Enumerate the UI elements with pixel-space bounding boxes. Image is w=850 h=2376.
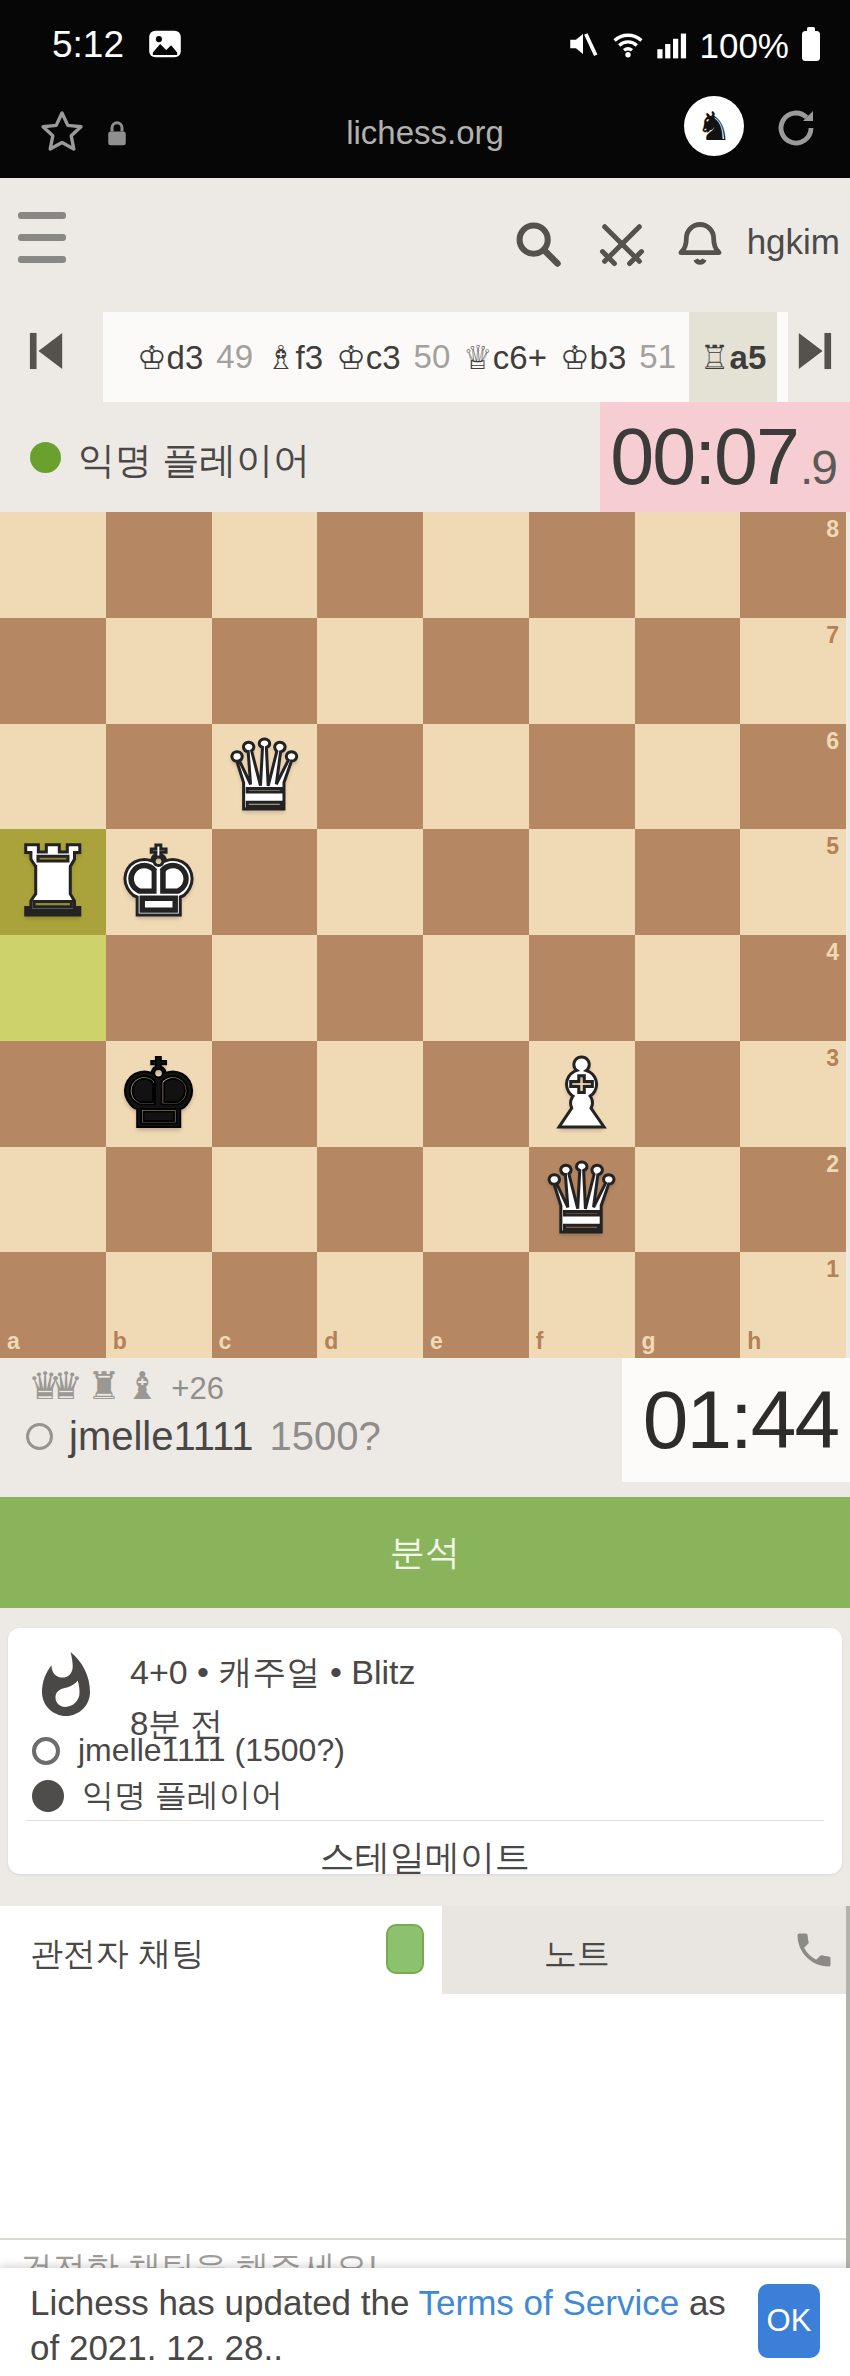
square-h8[interactable]: 8 — [740, 512, 846, 618]
chess-board: 87♛6♜♚54♚♝3♛2abcdefg1h — [0, 512, 846, 1358]
white-side-icon — [32, 1737, 60, 1765]
rank-label-3: 3 — [826, 1045, 839, 1072]
square-a2[interactable] — [0, 1147, 106, 1253]
phone-icon[interactable] — [792, 1928, 836, 1976]
rank-label-7: 7 — [826, 622, 839, 649]
captured-pieces: ♛♛♜♝+26 — [28, 1364, 224, 1408]
captured-piece-icon: ♝ — [125, 1364, 159, 1408]
square-g2[interactable] — [635, 1147, 741, 1253]
square-a3[interactable] — [0, 1041, 106, 1147]
white-player-label[interactable]: jmelle1111 (1500?) — [78, 1732, 345, 1769]
online-indicator-dot — [30, 442, 61, 473]
square-a6[interactable] — [0, 724, 106, 830]
square-c2[interactable] — [212, 1147, 318, 1253]
screenshot-icon — [148, 28, 182, 64]
file-label-h: h — [747, 1328, 761, 1355]
square-h3[interactable]: 3 — [740, 1041, 846, 1147]
square-h6[interactable]: 6 — [740, 724, 846, 830]
square-a7[interactable] — [0, 618, 106, 724]
tab-notes-label[interactable]: 노트 — [544, 1932, 610, 1977]
square-d4[interactable] — [317, 935, 423, 1041]
crossed-swords-tv-icon[interactable] — [596, 218, 648, 274]
square-e7[interactable] — [423, 618, 529, 724]
square-f4[interactable] — [529, 935, 635, 1041]
square-b2[interactable] — [106, 1147, 212, 1253]
square-f7[interactable] — [529, 618, 635, 724]
square-f2[interactable]: ♛ — [529, 1147, 635, 1253]
terms-of-service-link[interactable]: Terms of Service — [419, 2283, 680, 2322]
square-e8[interactable] — [423, 512, 529, 618]
analysis-button[interactable]: 분석 — [0, 1497, 850, 1608]
square-b3[interactable]: ♚ — [106, 1041, 212, 1147]
file-label-d: d — [324, 1328, 338, 1355]
blitz-flame-icon — [30, 1640, 102, 1736]
file-label-e: e — [430, 1328, 443, 1355]
square-b8[interactable] — [106, 512, 212, 618]
clock-minutes-seconds: 00:07 — [610, 402, 798, 512]
square-h5[interactable]: 5 — [740, 829, 846, 935]
square-d1[interactable]: d — [317, 1252, 423, 1358]
black-side-icon — [32, 1780, 64, 1812]
move-list: ♔d349♗f3♔c350♕c6+♔b351♖a5½-½ — [103, 312, 788, 402]
square-e3[interactable] — [423, 1041, 529, 1147]
piece-white-queen-c6[interactable]: ♛ — [212, 724, 318, 830]
bottom-player-clock: 01:44 — [622, 1358, 850, 1482]
file-label-c: c — [219, 1328, 232, 1355]
chat-sound-toggle[interactable] — [386, 1924, 424, 1974]
square-a8[interactable] — [0, 512, 106, 618]
lichess-game-screen: 5:12 100% lichess.org ♞ — [0, 0, 850, 2376]
rank-label-5: 5 — [826, 833, 839, 860]
square-c5[interactable] — [212, 829, 318, 935]
square-g7[interactable] — [635, 618, 741, 724]
square-d8[interactable] — [317, 512, 423, 618]
square-e1[interactable]: e — [423, 1252, 529, 1358]
move-number: 49 — [216, 338, 253, 376]
square-c7[interactable] — [212, 618, 318, 724]
square-c4[interactable] — [212, 935, 318, 1041]
square-d5[interactable] — [317, 829, 423, 935]
tos-banner: Lichess has updated the Terms of Service… — [0, 2268, 850, 2376]
square-e2[interactable] — [423, 1147, 529, 1253]
chat-input-divider — [0, 2238, 850, 2240]
square-b5[interactable]: ♚ — [106, 829, 212, 935]
lichess-knight-logo-icon[interactable]: ♞ — [684, 96, 744, 156]
tab-notes[interactable] — [442, 1906, 850, 1994]
square-h4[interactable]: 4 — [740, 935, 846, 1041]
signal-icon — [656, 27, 690, 65]
top-player-bar: 익명 플레이어 00:07 .9 — [0, 402, 850, 512]
game-setup-info: 4+0 • 캐주얼 • Blitz — [130, 1650, 416, 1696]
file-label-f: f — [536, 1328, 544, 1355]
move-token[interactable]: ♔b3 — [560, 338, 626, 377]
square-d3[interactable] — [317, 1041, 423, 1147]
tab-spectator-chat[interactable]: 관전자 채팅 — [30, 1932, 204, 1977]
muted-icon — [566, 27, 600, 65]
square-d6[interactable] — [317, 724, 423, 830]
chat-panel: 관전자 채팅 노트 건전한 채팅을 해주세요! — [0, 1906, 850, 2268]
square-g3[interactable] — [635, 1041, 741, 1147]
ok-button[interactable]: OK — [758, 2284, 820, 2358]
file-label-a: a — [7, 1328, 20, 1355]
square-h1[interactable]: 1h — [740, 1252, 846, 1358]
top-player-name[interactable]: 익명 플레이어 — [78, 436, 310, 486]
captured-piece-icon: ♜ — [87, 1364, 121, 1408]
move-number: 51 — [639, 338, 676, 376]
square-f1[interactable]: f — [529, 1252, 635, 1358]
bottom-player-bar: ♛♛♜♝+26 jmelle1111 1500? 01:44 — [0, 1358, 850, 1497]
game-info-card: 4+0 • 캐주얼 • Blitz 8분 전 jmelle1111 (1500?… — [8, 1628, 842, 1874]
square-h2[interactable]: 2 — [740, 1147, 846, 1253]
square-a4[interactable] — [0, 935, 106, 1041]
skip-to-last-move-button[interactable] — [795, 330, 833, 376]
notifications-bell-icon[interactable] — [674, 218, 726, 274]
square-b6[interactable] — [106, 724, 212, 830]
rank-label-1: 1 — [826, 1256, 839, 1283]
bottom-player-rating: 1500? — [270, 1414, 381, 1459]
square-a1[interactable]: a — [0, 1252, 106, 1358]
square-f8[interactable] — [529, 512, 635, 618]
search-icon[interactable] — [512, 218, 564, 274]
square-b1[interactable]: b — [106, 1252, 212, 1358]
move-token[interactable]: ♕c6+ — [463, 338, 547, 377]
square-a5[interactable]: ♜ — [0, 829, 106, 935]
square-c3[interactable] — [212, 1041, 318, 1147]
wifi-icon — [609, 27, 647, 65]
hamburger-menu-icon[interactable] — [18, 212, 66, 278]
square-d2[interactable] — [317, 1147, 423, 1253]
square-g1[interactable]: g — [635, 1252, 741, 1358]
square-f5[interactable] — [529, 829, 635, 935]
move-token[interactable]: ♔d3 — [137, 338, 203, 377]
file-label-g: g — [642, 1328, 656, 1355]
refresh-icon[interactable] — [772, 104, 820, 156]
tos-banner-text: Lichess has updated the Terms of Service… — [30, 2280, 730, 2370]
move-token[interactable]: ♔c3 — [336, 338, 400, 377]
status-and-browser-bar: 5:12 100% lichess.org ♞ — [0, 0, 850, 178]
status-time: 5:12 — [52, 24, 124, 66]
square-c1[interactable]: c — [212, 1252, 318, 1358]
square-b7[interactable] — [106, 618, 212, 724]
square-c6[interactable]: ♛ — [212, 724, 318, 830]
white-player-ring-icon — [26, 1423, 53, 1450]
battery-percent: 100% — [699, 26, 789, 66]
black-player-label[interactable]: 익명 플레이어 — [82, 1774, 283, 1818]
piece-white-rook-a5[interactable]: ♜ — [0, 829, 106, 935]
move-token[interactable]: ♖a5 — [689, 312, 777, 402]
game-result-text: 스테일메이트 — [8, 1834, 842, 1881]
move-number: 50 — [414, 338, 451, 376]
square-b4[interactable] — [106, 935, 212, 1041]
square-f3[interactable]: ♝ — [529, 1041, 635, 1147]
rank-label-6: 6 — [826, 728, 839, 755]
piece-white-king-b5[interactable]: ♚ — [106, 829, 212, 935]
square-e5[interactable] — [423, 829, 529, 935]
rank-label-8: 8 — [826, 516, 839, 543]
rank-label-4: 4 — [826, 939, 839, 966]
square-g6[interactable] — [635, 724, 741, 830]
piece-white-queen-f2[interactable]: ♛ — [529, 1147, 635, 1253]
square-h7[interactable]: 7 — [740, 618, 846, 724]
username-menu[interactable]: hgkim — [747, 222, 840, 262]
move-token[interactable]: ♗f3 — [266, 338, 323, 377]
card-divider — [26, 1820, 824, 1821]
square-f6[interactable] — [529, 724, 635, 830]
square-e6[interactable] — [423, 724, 529, 830]
skip-to-first-move-button[interactable] — [28, 330, 66, 376]
piece-white-bishop-f3[interactable]: ♝ — [529, 1041, 635, 1147]
bottom-player-name[interactable]: jmelle1111 — [69, 1414, 254, 1459]
top-player-clock: 00:07 .9 — [600, 402, 850, 512]
square-d7[interactable] — [317, 618, 423, 724]
rank-label-2: 2 — [826, 1151, 839, 1178]
square-e4[interactable] — [423, 935, 529, 1041]
square-c8[interactable] — [212, 512, 318, 618]
clock-tenths: .9 — [800, 440, 836, 495]
captured-piece-icon: ♛ — [49, 1364, 83, 1408]
square-g8[interactable] — [635, 512, 741, 618]
battery-icon — [798, 26, 824, 66]
square-g4[interactable] — [635, 935, 741, 1041]
material-advantage: +26 — [171, 1371, 224, 1407]
piece-black-king-b3[interactable]: ♚ — [106, 1041, 212, 1147]
square-g5[interactable] — [635, 829, 741, 935]
file-label-b: b — [113, 1328, 127, 1355]
